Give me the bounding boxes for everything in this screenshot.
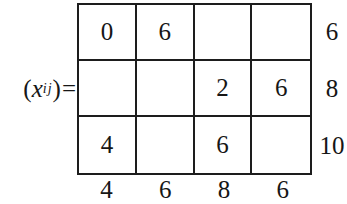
col-total: 4 xyxy=(77,175,136,204)
row-totals: 6 8 10 xyxy=(312,3,347,175)
matrix-cell: 2 xyxy=(195,61,253,117)
matrix-grid: 0 6 2 6 4 6 xyxy=(77,3,312,175)
subscript-ij: ij xyxy=(43,81,53,97)
paren-close: ) xyxy=(53,75,61,103)
matrix-cell: 6 xyxy=(137,5,195,61)
matrix-cell xyxy=(195,5,253,61)
matrix-cell xyxy=(252,5,310,61)
paren-open: ( xyxy=(23,75,31,103)
row-total: 6 xyxy=(317,3,347,60)
matrix-cell: 0 xyxy=(79,5,137,61)
matrix-cell xyxy=(137,61,195,117)
equals-sign: = xyxy=(62,75,76,103)
row-total: 10 xyxy=(317,118,347,175)
matrix-cell xyxy=(252,117,310,173)
matrix-cell xyxy=(79,61,137,117)
matrix-cell: 6 xyxy=(252,61,310,117)
matrix-label: (xij)= xyxy=(0,3,76,175)
matrix-cell: 4 xyxy=(79,117,137,173)
col-total: 6 xyxy=(136,175,195,204)
col-total: 8 xyxy=(195,175,254,204)
col-totals: 4 6 8 6 xyxy=(77,175,312,204)
matrix-figure: (xij)= 0 6 2 6 4 6 6 8 10 4 6 8 6 xyxy=(0,0,347,204)
matrix-cell xyxy=(137,117,195,173)
col-total: 6 xyxy=(253,175,312,204)
row-total: 8 xyxy=(317,60,347,117)
variable-x: x xyxy=(32,75,43,103)
matrix-cell: 6 xyxy=(195,117,253,173)
